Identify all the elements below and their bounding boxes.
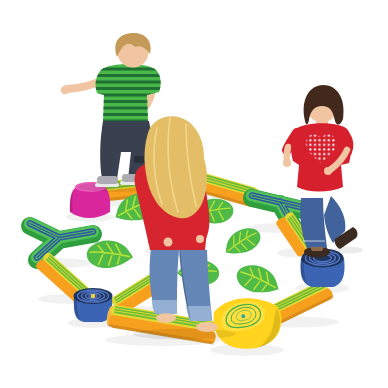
girl-center-far-hand <box>196 235 204 243</box>
balance-path-scene <box>0 0 388 388</box>
stepping-stone-yellow <box>214 297 282 349</box>
girl-center-front-foot <box>196 322 218 332</box>
girl-right-left-forearm <box>287 147 288 161</box>
child-shadow <box>333 247 363 254</box>
girl-center-back-foot <box>156 313 176 323</box>
child-shadow <box>132 329 236 340</box>
boy-left-shoe <box>97 176 118 184</box>
boy-left-hand <box>61 86 70 95</box>
stepping-stone-blue-left <box>74 288 113 322</box>
girl-center-hand <box>164 238 173 247</box>
product-photo-stage <box>0 0 388 388</box>
girl-center-cuff-front <box>186 306 212 321</box>
girl-right-sandal-strap <box>310 247 324 251</box>
girl-center-cuff-back <box>152 300 177 314</box>
girl-right-right-hand <box>324 167 332 175</box>
stone-center-dot <box>91 294 96 299</box>
boy-pants-pocket <box>134 156 144 163</box>
girl-right-left-hand <box>283 159 291 167</box>
